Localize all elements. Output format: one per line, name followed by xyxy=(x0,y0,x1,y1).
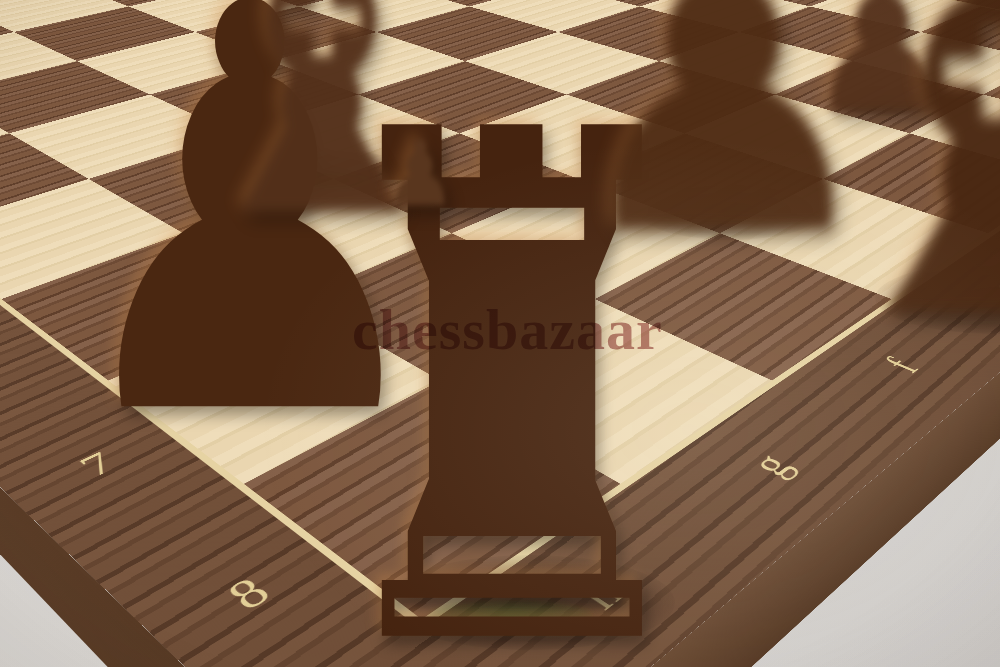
black-pawn-distant-g5: ♟ xyxy=(384,129,457,219)
chessbazaar-watermark: chessbazaar xyxy=(352,296,663,363)
black-bishop-blurred-f8: ♝ xyxy=(789,0,1000,396)
chessboard-product-photo: 12345678hgfedcba ♜♟♝♟♟♝♟ chessbazaar xyxy=(0,0,1000,667)
